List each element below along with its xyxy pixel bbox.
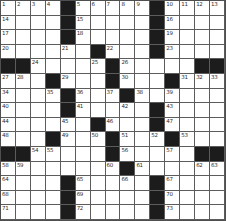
letter-cell[interactable] [76, 59, 91, 74]
letter-cell[interactable] [180, 59, 195, 74]
letter-cell[interactable]: 8 [120, 1, 135, 16]
letter-cell[interactable] [210, 191, 225, 206]
letter-cell[interactable]: 57 [165, 147, 180, 162]
clue-number: 47 [166, 118, 172, 124]
letter-cell[interactable]: 38 [135, 89, 150, 104]
letter-cell[interactable] [76, 162, 91, 177]
clue-number: 64 [2, 176, 8, 182]
blocked-cell [150, 45, 165, 60]
letter-cell[interactable]: 39 [165, 89, 180, 104]
clue-number: 20 [2, 45, 8, 51]
blocked-cell [120, 162, 135, 177]
clue-number: 40 [2, 103, 8, 109]
clue-number: 56 [121, 147, 127, 153]
clue-number: 11 [181, 1, 187, 7]
letter-cell[interactable]: 62 [195, 162, 210, 177]
letter-cell[interactable] [135, 74, 150, 89]
clue-number: 73 [166, 205, 172, 211]
clue-number: 10 [166, 1, 172, 7]
letter-cell[interactable]: 67 [165, 176, 180, 191]
blocked-cell [61, 205, 76, 220]
clue-number: 61 [136, 162, 142, 168]
letter-cell[interactable]: 9 [135, 1, 150, 16]
letter-cell[interactable] [135, 59, 150, 74]
letter-cell[interactable] [46, 191, 61, 206]
letter-cell[interactable]: 60 [106, 162, 121, 177]
letter-cell[interactable]: 58 [1, 162, 16, 177]
letter-cell[interactable] [31, 30, 46, 45]
letter-cell[interactable]: 15 [76, 16, 91, 31]
letter-cell[interactable] [16, 118, 31, 133]
letter-cell[interactable] [61, 162, 76, 177]
letter-cell[interactable]: 14 [1, 16, 16, 31]
letter-cell[interactable] [46, 162, 61, 177]
letter-cell[interactable]: 64 [1, 176, 16, 191]
letter-cell[interactable] [165, 59, 180, 74]
clue-number: 69 [77, 191, 83, 197]
letter-cell[interactable] [150, 162, 165, 177]
clue-number: 16 [166, 16, 172, 22]
blocked-cell [61, 103, 76, 118]
letter-cell[interactable] [91, 16, 106, 31]
letter-cell[interactable] [106, 16, 121, 31]
letter-cell[interactable]: 35 [46, 89, 61, 104]
letter-cell[interactable] [195, 45, 210, 60]
clue-number: 23 [166, 45, 172, 51]
clue-number: 3 [32, 1, 35, 7]
letter-cell[interactable] [180, 162, 195, 177]
letter-cell[interactable] [195, 16, 210, 31]
letter-cell[interactable] [150, 147, 165, 162]
letter-cell[interactable] [180, 191, 195, 206]
clue-number: 65 [77, 176, 83, 182]
blocked-cell [210, 59, 225, 74]
letter-cell[interactable] [150, 89, 165, 104]
letter-cell[interactable]: 42 [120, 103, 135, 118]
letter-cell[interactable] [46, 205, 61, 220]
letter-cell[interactable] [180, 118, 195, 133]
clue-number: 30 [121, 74, 127, 80]
blocked-cell [61, 30, 76, 45]
letter-cell[interactable] [120, 205, 135, 220]
blocked-cell [150, 30, 165, 45]
letter-cell[interactable] [31, 205, 46, 220]
blocked-cell [150, 176, 165, 191]
blocked-cell [150, 1, 165, 16]
letter-cell[interactable]: 45 [61, 118, 76, 133]
letter-cell[interactable] [120, 118, 135, 133]
letter-cell[interactable]: 28 [16, 74, 31, 89]
letter-cell[interactable] [120, 191, 135, 206]
letter-cell[interactable]: 73 [165, 205, 180, 220]
letter-cell[interactable]: 41 [76, 103, 91, 118]
letter-cell[interactable] [16, 191, 31, 206]
letter-cell[interactable] [195, 118, 210, 133]
clue-number: 60 [107, 162, 113, 168]
letter-cell[interactable]: 43 [165, 103, 180, 118]
clue-number: 24 [32, 59, 38, 65]
letter-cell[interactable] [106, 191, 121, 206]
clue-number: 44 [2, 118, 8, 124]
crossword-board: 1234567891011121314151617181920212223242… [1, 1, 225, 220]
clue-number: 59 [17, 162, 23, 168]
letter-cell[interactable] [135, 176, 150, 191]
clue-number: 14 [2, 16, 8, 22]
letter-cell[interactable] [195, 191, 210, 206]
clue-number: 6 [92, 1, 95, 7]
blocked-cell [1, 59, 16, 74]
letter-cell[interactable]: 66 [120, 176, 135, 191]
letter-cell[interactable]: 25 [91, 59, 106, 74]
clue-number: 53 [181, 132, 187, 138]
letter-cell[interactable]: 69 [76, 191, 91, 206]
blocked-cell [61, 176, 76, 191]
blocked-cell [210, 147, 225, 162]
clue-number: 32 [196, 74, 202, 80]
letter-cell[interactable]: 10 [165, 1, 180, 16]
clue-number: 57 [166, 147, 172, 153]
letter-cell[interactable] [210, 205, 225, 220]
blocked-cell [46, 74, 61, 89]
letter-cell[interactable] [135, 118, 150, 133]
letter-cell[interactable] [210, 16, 225, 31]
letter-cell[interactable] [120, 45, 135, 60]
letter-cell[interactable]: 1 [1, 1, 16, 16]
clue-number: 31 [181, 74, 187, 80]
letter-cell[interactable] [46, 30, 61, 45]
letter-cell[interactable]: 47 [165, 118, 180, 133]
letter-cell[interactable] [31, 89, 46, 104]
letter-cell[interactable] [195, 89, 210, 104]
clue-number: 25 [92, 59, 98, 65]
letter-cell[interactable] [195, 103, 210, 118]
letter-cell[interactable]: 65 [76, 176, 91, 191]
clue-number: 15 [77, 16, 83, 22]
clue-number: 42 [121, 103, 127, 109]
clue-number: 5 [77, 1, 80, 7]
clue-number: 4 [47, 1, 50, 7]
letter-cell[interactable] [135, 132, 150, 147]
letter-cell[interactable]: 20 [1, 45, 16, 60]
blocked-cell [91, 118, 106, 133]
letter-cell[interactable] [180, 30, 195, 45]
letter-cell[interactable] [210, 118, 225, 133]
blocked-cell [106, 132, 121, 147]
clue-number: 70 [166, 191, 172, 197]
clue-number: 67 [166, 176, 172, 182]
letter-cell[interactable]: 59 [16, 162, 31, 177]
letter-cell[interactable] [135, 30, 150, 45]
letter-cell[interactable] [150, 74, 165, 89]
letter-cell[interactable] [91, 147, 106, 162]
letter-cell[interactable]: 51 [120, 132, 135, 147]
letter-cell[interactable]: 54 [31, 147, 46, 162]
letter-cell[interactable]: 27 [1, 74, 16, 89]
clue-number: 36 [77, 89, 83, 95]
clue-number: 71 [2, 205, 8, 211]
letter-cell[interactable] [91, 191, 106, 206]
clue-number: 19 [166, 30, 172, 36]
letter-cell[interactable]: 16 [165, 16, 180, 31]
letter-cell[interactable]: 48 [1, 132, 16, 147]
letter-cell[interactable]: 18 [76, 30, 91, 45]
letter-cell[interactable]: 30 [120, 74, 135, 89]
blocked-cell [106, 74, 121, 89]
letter-cell[interactable]: 22 [106, 45, 121, 60]
letter-cell[interactable] [16, 176, 31, 191]
letter-cell[interactable] [46, 45, 61, 60]
letter-cell[interactable] [31, 132, 46, 147]
letter-cell[interactable]: 72 [76, 205, 91, 220]
letter-cell[interactable] [76, 74, 91, 89]
letter-cell[interactable]: 7 [106, 1, 121, 16]
letter-cell[interactable]: 23 [165, 45, 180, 60]
letter-cell[interactable] [195, 30, 210, 45]
letter-cell[interactable] [16, 30, 31, 45]
letter-cell[interactable] [91, 162, 106, 177]
letter-cell[interactable] [16, 132, 31, 147]
blocked-cell [1, 147, 16, 162]
letter-cell[interactable]: 49 [61, 132, 76, 147]
letter-cell[interactable] [210, 176, 225, 191]
letter-cell[interactable]: 44 [1, 118, 16, 133]
letter-cell[interactable] [165, 162, 180, 177]
letter-cell[interactable]: 6 [91, 1, 106, 16]
letter-cell[interactable]: 61 [135, 162, 150, 177]
letter-cell[interactable] [210, 103, 225, 118]
clue-number: 9 [136, 1, 139, 7]
letter-cell[interactable]: 68 [1, 191, 16, 206]
blocked-cell [46, 132, 61, 147]
letter-cell[interactable]: 56 [120, 147, 135, 162]
letter-cell[interactable] [31, 191, 46, 206]
letter-cell[interactable]: 33 [210, 74, 225, 89]
blocked-cell [61, 191, 76, 206]
letter-cell[interactable] [210, 132, 225, 147]
clue-number: 26 [121, 59, 127, 65]
letter-cell[interactable] [195, 176, 210, 191]
letter-cell[interactable]: 34 [1, 89, 16, 104]
letter-cell[interactable] [16, 16, 31, 31]
clue-number: 7 [107, 1, 110, 7]
letter-cell[interactable]: 21 [61, 45, 76, 60]
blocked-cell [106, 147, 121, 162]
letter-cell[interactable] [135, 45, 150, 60]
letter-cell[interactable] [91, 89, 106, 104]
clue-number: 8 [121, 1, 124, 7]
letter-cell[interactable] [91, 103, 106, 118]
letter-cell[interactable] [135, 147, 150, 162]
clue-number: 48 [2, 132, 8, 138]
letter-cell[interactable] [210, 89, 225, 104]
letter-cell[interactable] [120, 30, 135, 45]
clue-number: 66 [121, 176, 127, 182]
letter-cell[interactable] [210, 30, 225, 45]
blocked-cell [150, 16, 165, 31]
clue-number: 63 [211, 162, 217, 168]
clue-number: 38 [136, 89, 142, 95]
letter-cell[interactable] [195, 132, 210, 147]
letter-cell[interactable] [76, 132, 91, 147]
clue-number: 33 [211, 74, 217, 80]
letter-cell[interactable] [150, 59, 165, 74]
letter-cell[interactable] [91, 30, 106, 45]
letter-cell[interactable] [135, 205, 150, 220]
clue-number: 22 [107, 45, 113, 51]
blocked-cell [150, 191, 165, 206]
blocked-cell [165, 74, 180, 89]
clue-number: 49 [62, 132, 68, 138]
letter-cell[interactable] [31, 103, 46, 118]
clue-number: 21 [62, 45, 68, 51]
clue-number: 18 [77, 30, 83, 36]
letter-cell[interactable] [31, 45, 46, 60]
letter-cell[interactable] [76, 147, 91, 162]
clue-number: 54 [32, 147, 38, 153]
letter-cell[interactable]: 50 [91, 132, 106, 147]
letter-cell[interactable]: 26 [120, 59, 135, 74]
blocked-cell [61, 1, 76, 16]
letter-cell[interactable] [16, 45, 31, 60]
letter-cell[interactable]: 12 [195, 1, 210, 16]
letter-cell[interactable] [180, 45, 195, 60]
letter-cell[interactable] [46, 118, 61, 133]
clue-number: 35 [47, 89, 53, 95]
blocked-cell [120, 89, 135, 104]
letter-cell[interactable]: 32 [195, 74, 210, 89]
letter-cell[interactable] [31, 162, 46, 177]
clue-number: 72 [77, 205, 83, 211]
letter-cell[interactable] [46, 176, 61, 191]
letter-cell[interactable] [106, 205, 121, 220]
letter-cell[interactable] [91, 205, 106, 220]
letter-cell[interactable] [16, 103, 31, 118]
letter-cell[interactable]: 24 [31, 59, 46, 74]
letter-cell[interactable]: 3 [31, 1, 46, 16]
clue-number: 43 [166, 103, 172, 109]
clue-number: 17 [2, 30, 8, 36]
letter-cell[interactable] [46, 103, 61, 118]
clue-number: 52 [151, 132, 157, 138]
letter-cell[interactable]: 13 [210, 1, 225, 16]
letter-cell[interactable]: 46 [106, 118, 121, 133]
clue-number: 55 [47, 147, 53, 153]
letter-cell[interactable] [31, 118, 46, 133]
letter-cell[interactable] [16, 89, 31, 104]
letter-cell[interactable]: 11 [180, 1, 195, 16]
letter-cell[interactable]: 55 [46, 147, 61, 162]
letter-cell[interactable] [135, 16, 150, 31]
blocked-cell [150, 205, 165, 220]
letter-cell[interactable] [76, 45, 91, 60]
clue-number: 37 [107, 89, 113, 95]
letter-cell[interactable]: 19 [165, 30, 180, 45]
letter-cell[interactable] [16, 205, 31, 220]
letter-cell[interactable]: 37 [106, 89, 121, 104]
letter-cell[interactable] [106, 30, 121, 45]
letter-cell[interactable]: 2 [16, 1, 31, 16]
clue-number: 41 [77, 103, 83, 109]
letter-cell[interactable] [61, 59, 76, 74]
blocked-cell [150, 103, 165, 118]
letter-cell[interactable] [61, 147, 76, 162]
clue-number: 2 [17, 1, 20, 7]
blocked-cell [16, 59, 31, 74]
blocked-cell [195, 59, 210, 74]
letter-cell[interactable] [135, 103, 150, 118]
clue-number: 46 [107, 118, 113, 124]
clue-number: 28 [17, 74, 23, 80]
letter-cell[interactable] [46, 16, 61, 31]
letter-cell[interactable]: 36 [76, 89, 91, 104]
blocked-cell [165, 132, 180, 147]
letter-cell[interactable] [91, 74, 106, 89]
letter-cell[interactable] [46, 59, 61, 74]
letter-cell[interactable]: 40 [1, 103, 16, 118]
letter-cell[interactable]: 31 [180, 74, 195, 89]
letter-cell[interactable]: 71 [1, 205, 16, 220]
clue-number: 12 [196, 1, 202, 7]
crossword-puzzle: 1234567891011121314151617181920212223242… [0, 0, 226, 221]
clue-number: 39 [166, 89, 172, 95]
clue-number: 34 [2, 89, 8, 95]
letter-cell[interactable]: 17 [1, 30, 16, 45]
letter-cell[interactable] [180, 89, 195, 104]
letter-cell[interactable]: 5 [76, 1, 91, 16]
clue-number: 51 [121, 132, 127, 138]
blocked-cell [106, 59, 121, 74]
letter-cell[interactable]: 70 [165, 191, 180, 206]
clue-number: 45 [62, 118, 68, 124]
letter-cell[interactable] [91, 176, 106, 191]
letter-cell[interactable] [31, 74, 46, 89]
letter-cell[interactable] [106, 103, 121, 118]
letter-cell[interactable]: 52 [150, 132, 165, 147]
clue-number: 1 [2, 1, 5, 7]
letter-cell[interactable] [210, 45, 225, 60]
blocked-cell [91, 45, 106, 60]
letter-cell[interactable] [195, 205, 210, 220]
letter-cell[interactable]: 53 [180, 132, 195, 147]
clue-number: 13 [211, 1, 217, 7]
clue-number: 58 [2, 162, 8, 168]
clue-number: 29 [62, 74, 68, 80]
letter-cell[interactable] [76, 118, 91, 133]
letter-cell[interactable] [31, 176, 46, 191]
clue-number: 27 [2, 74, 8, 80]
letter-cell[interactable] [180, 16, 195, 31]
clue-number: 50 [92, 132, 98, 138]
letter-cell[interactable] [180, 103, 195, 118]
blocked-cell [16, 147, 31, 162]
letter-cell[interactable]: 29 [61, 74, 76, 89]
letter-cell[interactable] [180, 176, 195, 191]
blocked-cell [61, 89, 76, 104]
letter-cell[interactable]: 63 [210, 162, 225, 177]
letter-cell[interactable] [120, 16, 135, 31]
letter-cell[interactable] [180, 205, 195, 220]
blocked-cell [61, 16, 76, 31]
clue-number: 68 [2, 191, 8, 197]
blocked-cell [195, 147, 210, 162]
letter-cell[interactable]: 4 [46, 1, 61, 16]
letter-cell[interactable] [180, 147, 195, 162]
letter-cell[interactable] [135, 191, 150, 206]
letter-cell[interactable] [31, 16, 46, 31]
blocked-cell [150, 118, 165, 133]
clue-number: 62 [196, 162, 202, 168]
letter-cell[interactable] [106, 176, 121, 191]
